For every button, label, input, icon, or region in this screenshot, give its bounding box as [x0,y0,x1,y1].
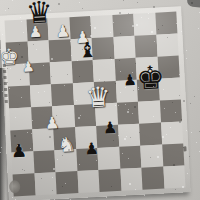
square-d1 [77,170,100,193]
square-f7 [113,36,136,59]
square-a2 [11,151,34,174]
square-c4 [52,105,75,128]
square-c8 [47,17,70,40]
square-e3 [96,125,119,148]
square-f3 [118,124,141,147]
square-f2 [119,146,142,169]
playing-area [5,12,186,197]
square-e2 [97,147,120,170]
square-g1 [141,167,164,190]
square-b7 [27,40,50,63]
square-h6 [157,56,180,79]
square-d3 [75,126,98,149]
chessboard-photo: ♛♟♟♟♚♟♝♚♟♛♟♟♟♞♟ [0,0,200,200]
square-d6 [71,60,94,83]
square-f8 [112,14,135,37]
chess-board: ♛♟♟♟♚♟♝♚♟♛♟♟♟♞♟ [0,6,191,200]
square-d8 [69,16,92,39]
square-a8 [5,19,28,42]
square-d4 [74,104,97,127]
square-a4 [9,107,32,130]
square-c7 [49,39,72,62]
square-h5 [158,78,181,101]
square-g2 [140,145,163,168]
square-f4 [116,102,139,125]
square-e1 [98,169,121,192]
square-g3 [139,123,162,146]
square-e5 [94,81,117,104]
square-h4 [159,99,182,122]
square-b1 [34,172,57,195]
square-g7 [134,35,157,58]
square-a6 [7,63,30,86]
square-h3 [161,121,184,144]
square-b5 [29,84,52,107]
square-g4 [138,101,161,124]
square-d7 [70,38,93,61]
square-e7 [92,37,115,60]
frame-scuff-icon [183,146,186,151]
square-d5 [72,82,95,105]
square-b6 [28,62,51,85]
square-g5 [137,79,160,102]
square-c5 [51,83,74,106]
square-e4 [95,103,118,126]
square-a5 [8,85,31,108]
square-a3 [10,129,33,152]
square-c2 [54,149,77,172]
square-h1 [163,165,186,188]
square-b2 [33,150,56,173]
square-g6 [136,57,159,80]
square-h8 [155,12,178,35]
square-e6 [93,59,116,82]
square-b8 [26,18,49,41]
square-c1 [56,171,79,194]
square-d2 [76,148,99,171]
square-h7 [156,34,179,57]
square-a7 [6,41,29,64]
square-c6 [50,61,73,84]
square-b4 [31,106,54,129]
square-g8 [133,13,156,36]
square-b3 [32,128,55,151]
corner-shade [187,0,200,8]
square-f5 [115,80,138,103]
square-h2 [162,143,185,166]
square-f6 [114,58,137,81]
square-c3 [53,127,76,150]
square-f1 [120,168,143,191]
square-e8 [90,15,113,38]
